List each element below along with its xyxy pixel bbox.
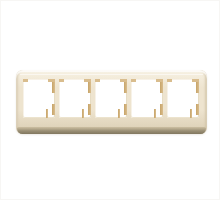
- mount-tab: [160, 82, 163, 93]
- mount-tab: [82, 109, 84, 118]
- mount-tab: [190, 109, 192, 118]
- frame-window-3: [95, 79, 127, 118]
- frame-window-2: [59, 79, 91, 118]
- mount-tab: [167, 79, 172, 82]
- mount-tab: [118, 109, 120, 118]
- mount-tab: [124, 82, 127, 93]
- mount-tab: [131, 79, 136, 82]
- mount-tab: [196, 82, 199, 93]
- frame-window-5: [167, 79, 199, 118]
- mount-tab: [160, 104, 163, 115]
- frame-bottom-bevel: [17, 127, 206, 134]
- mount-tab: [88, 104, 91, 115]
- mount-tab: [52, 104, 55, 115]
- mount-tab: [88, 82, 91, 93]
- switch-frame: [16, 70, 207, 134]
- mount-tab: [59, 79, 64, 82]
- mount-tab: [46, 109, 48, 118]
- frame-windows: [16, 70, 207, 134]
- mount-tab: [95, 79, 100, 82]
- mount-tab: [23, 79, 28, 82]
- mount-tab: [154, 109, 156, 118]
- frame-window-4: [131, 79, 163, 118]
- mount-tab: [196, 104, 199, 115]
- mount-tab: [124, 104, 127, 115]
- mount-tab: [52, 82, 55, 93]
- product-photo: [0, 0, 220, 200]
- frame-window-1: [23, 79, 55, 118]
